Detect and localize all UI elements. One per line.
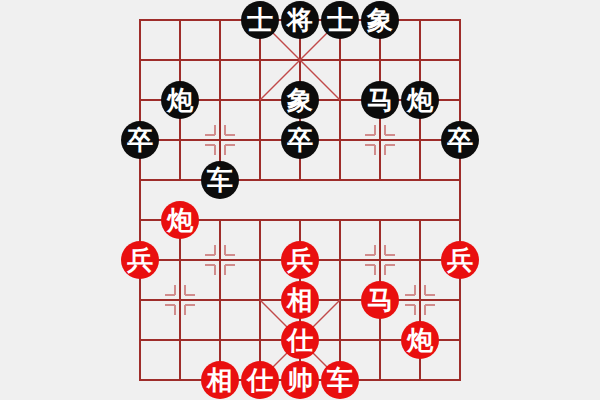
piece-black-chariot[interactable]: 车 [201, 161, 239, 199]
piece-red-pawn[interactable]: 兵 [121, 241, 159, 279]
piece-red-advisor[interactable]: 仕 [241, 361, 279, 399]
piece-red-elephant[interactable]: 相 [281, 281, 319, 319]
piece-red-king[interactable]: 帅 [281, 361, 319, 399]
xiangqi-board[interactable]: 士将士象炮象马炮卒卒卒车炮兵兵兵相马仕炮相仕帅车 [0, 0, 600, 400]
piece-black-pawn[interactable]: 卒 [441, 121, 479, 159]
piece-black-cannon[interactable]: 炮 [401, 81, 439, 119]
piece-black-advisor[interactable]: 士 [241, 1, 279, 39]
piece-red-cannon[interactable]: 炮 [161, 201, 199, 239]
piece-black-pawn[interactable]: 卒 [121, 121, 159, 159]
piece-red-horse[interactable]: 马 [361, 281, 399, 319]
app-screen: 士将士象炮象马炮卒卒卒车炮兵兵兵相马仕炮相仕帅车 [0, 0, 600, 400]
piece-black-cannon[interactable]: 炮 [161, 81, 199, 119]
piece-black-elephant[interactable]: 象 [281, 81, 319, 119]
piece-black-king[interactable]: 将 [281, 1, 319, 39]
piece-red-advisor[interactable]: 仕 [281, 321, 319, 359]
piece-red-elephant[interactable]: 相 [201, 361, 239, 399]
piece-black-pawn[interactable]: 卒 [281, 121, 319, 159]
piece-red-pawn[interactable]: 兵 [441, 241, 479, 279]
piece-red-chariot[interactable]: 车 [321, 361, 359, 399]
piece-black-elephant[interactable]: 象 [361, 1, 399, 39]
piece-red-pawn[interactable]: 兵 [281, 241, 319, 279]
piece-red-cannon[interactable]: 炮 [401, 321, 439, 359]
piece-black-advisor[interactable]: 士 [321, 1, 359, 39]
piece-black-horse[interactable]: 马 [361, 81, 399, 119]
